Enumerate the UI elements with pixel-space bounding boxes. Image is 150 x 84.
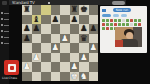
square-d7[interactable]: ♟ <box>51 15 61 25</box>
result-cell-loss <box>102 23 105 26</box>
result-cell-loss <box>106 27 109 30</box>
square-b3[interactable]: ♟ <box>32 53 42 63</box>
black-piece-p[interactable]: ♟ <box>89 24 99 34</box>
result-cell-loss <box>138 23 141 26</box>
app-logo-icon[interactable] <box>2 1 7 5</box>
square-a5[interactable]: ♟ <box>22 34 32 44</box>
square-d1[interactable] <box>51 72 61 82</box>
black-piece-r[interactable]: ♜ <box>22 5 32 15</box>
square-h6[interactable]: ♟ <box>89 24 99 34</box>
white-piece-p[interactable]: ♟ <box>89 43 99 53</box>
streamer-face <box>126 32 133 39</box>
filter-chip-row <box>102 14 127 17</box>
new-run-button[interactable]: New run <box>113 8 131 12</box>
square-c8[interactable] <box>41 5 51 15</box>
square-d2[interactable] <box>51 62 61 72</box>
square-h4[interactable]: ♟ <box>89 43 99 53</box>
result-cell-neutral <box>130 23 133 26</box>
black-piece-p[interactable]: ♟ <box>32 24 42 34</box>
result-cell-win <box>102 27 105 30</box>
result-cell-win <box>118 23 121 26</box>
square-f4[interactable] <box>70 43 80 53</box>
webcam-video <box>115 27 142 47</box>
result-cell-win <box>110 23 113 26</box>
square-h1[interactable] <box>89 72 99 82</box>
white-piece-k[interactable]: ♚ <box>70 72 80 82</box>
square-c4[interactable] <box>41 43 51 53</box>
square-c1[interactable] <box>41 72 51 82</box>
sidebar-item[interactable] <box>1 11 9 16</box>
square-f7[interactable]: ♟ <box>70 15 80 25</box>
black-piece-p[interactable]: ♟ <box>51 15 61 25</box>
square-c7[interactable] <box>41 15 51 25</box>
sidebar-item[interactable] <box>1 23 9 28</box>
result-cell-loss <box>114 23 117 26</box>
filter-chip[interactable] <box>113 14 119 17</box>
sidebar-item-icon <box>1 42 3 44</box>
black-piece-p[interactable]: ♟ <box>22 34 32 44</box>
square-e8[interactable] <box>60 5 70 15</box>
square-a8[interactable]: ♜ <box>22 5 32 15</box>
result-cell-win <box>106 23 109 26</box>
square-g3[interactable]: ♟ <box>79 53 89 63</box>
panel-flag-icon <box>102 9 106 12</box>
square-d3[interactable] <box>51 53 61 63</box>
app-window: Standard TV ♜♜♚♝♟♟♟♟♟♟♟♟♛♟♟♟♟♟♟♚♞ New ru… <box>0 0 150 84</box>
white-piece-p[interactable]: ♟ <box>51 43 61 53</box>
result-cell-win <box>138 19 141 22</box>
sidebar-item-label <box>4 37 9 38</box>
status-dot-icon <box>48 2 50 4</box>
square-d6[interactable] <box>51 24 61 34</box>
sidebar-item-icon <box>1 30 3 32</box>
square-e4[interactable] <box>60 43 70 53</box>
result-cell-win <box>126 19 129 22</box>
square-f1[interactable]: ♚ <box>70 72 80 82</box>
white-piece-p[interactable]: ♟ <box>79 53 89 63</box>
sidebar-item-label <box>4 13 9 14</box>
square-g1[interactable]: ♞ <box>79 72 89 82</box>
square-h3[interactable] <box>89 53 99 63</box>
square-b5[interactable] <box>32 34 42 44</box>
sidebar-item-icon <box>1 12 3 14</box>
channel-logo-badge[interactable] <box>4 60 19 75</box>
black-piece-p[interactable]: ♟ <box>70 15 80 25</box>
sidebar-item[interactable] <box>1 17 9 22</box>
sidebar-item-label <box>4 31 9 32</box>
sidebar-item-icon <box>1 24 3 26</box>
square-e7[interactable] <box>60 15 70 25</box>
square-a4[interactable] <box>22 43 32 53</box>
sidebar-item-label <box>4 19 9 20</box>
sidebar-item[interactable] <box>1 41 9 46</box>
filter-chip[interactable] <box>121 14 127 17</box>
square-g8[interactable]: ♚ <box>79 5 89 15</box>
webcam-red-chair <box>115 40 123 47</box>
topbar-tab-pill[interactable] <box>112 1 125 5</box>
sidebar-item[interactable] <box>1 35 9 40</box>
square-b6[interactable]: ♟ <box>32 24 42 34</box>
black-piece-q[interactable]: ♛ <box>79 34 89 44</box>
black-piece-k[interactable]: ♚ <box>79 5 89 15</box>
square-h8[interactable] <box>89 5 99 15</box>
square-e1[interactable] <box>60 72 70 82</box>
white-piece-p[interactable]: ♟ <box>32 53 42 63</box>
white-piece-p[interactable]: ♟ <box>22 62 32 72</box>
square-b1[interactable] <box>32 72 42 82</box>
chess-board[interactable]: ♜♜♚♝♟♟♟♟♟♟♟♟♛♟♟♟♟♟♟♚♞ <box>22 5 98 81</box>
sidebar-item[interactable] <box>1 29 9 34</box>
square-d4[interactable]: ♟ <box>51 43 61 53</box>
result-cell-win <box>126 23 129 26</box>
result-cell-win <box>110 27 113 30</box>
filter-chip[interactable] <box>102 14 111 17</box>
white-piece-n[interactable]: ♞ <box>79 72 89 82</box>
square-h2[interactable] <box>89 62 99 72</box>
result-cell-win <box>134 23 137 26</box>
result-cell-win <box>118 19 121 22</box>
square-a2[interactable]: ♟ <box>22 62 32 72</box>
sidebar-item-icon <box>1 18 3 20</box>
square-c5[interactable] <box>41 34 51 44</box>
sidebar-item-label <box>4 25 9 26</box>
sidebar-item-icon <box>1 36 3 38</box>
white-piece-p[interactable]: ♟ <box>60 34 70 44</box>
square-e2[interactable] <box>60 62 70 72</box>
square-f6[interactable] <box>70 24 80 34</box>
square-c6[interactable] <box>41 24 51 34</box>
sidebar-item-list <box>0 10 9 47</box>
square-f5[interactable] <box>70 34 80 44</box>
square-c2[interactable] <box>41 62 51 72</box>
channel-caption: Live Chess <box>2 76 24 80</box>
result-cell-loss <box>130 19 133 22</box>
result-cell-win <box>134 19 137 22</box>
result-cell-win <box>122 23 125 26</box>
sidebar-item-label <box>4 43 9 44</box>
result-cell-win <box>102 19 105 22</box>
square-b2[interactable] <box>32 62 42 72</box>
result-cell-loss <box>110 19 113 22</box>
square-c3[interactable] <box>41 53 51 63</box>
result-cell-neutral <box>122 19 125 22</box>
channel-logo-icon <box>8 64 16 72</box>
result-cell-win <box>114 19 117 22</box>
square-e3[interactable] <box>60 53 70 63</box>
square-g5[interactable]: ♛ <box>79 34 89 44</box>
result-cell-win <box>106 19 109 22</box>
square-e5[interactable]: ♟ <box>60 34 70 44</box>
